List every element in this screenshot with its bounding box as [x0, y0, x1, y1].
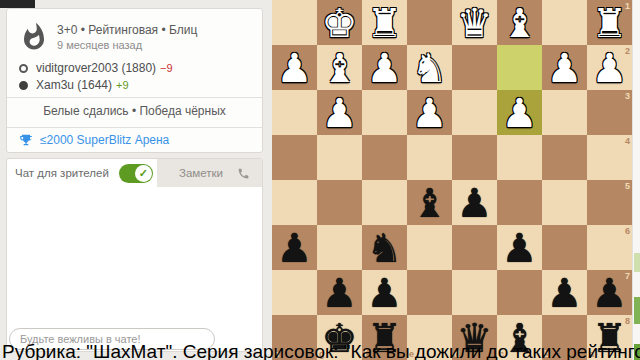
rank-label-3: 3: [625, 91, 630, 101]
white-bishop-piece[interactable]: ♝: [497, 0, 542, 45]
square-b7[interactable]: ♟: [542, 270, 587, 315]
black-bishop-piece[interactable]: ♝: [407, 180, 452, 225]
chess-board: ♚♜♛♝♜1♟♝♟♞♟♟2♟♟♟34♝♟5♟♞♟6♟♟♟♟7h♚g♜fe♛d♝c…: [272, 0, 632, 360]
white-pawn-piece[interactable]: ♟: [407, 90, 452, 135]
divider: [7, 127, 262, 128]
square-b2[interactable]: ♟: [542, 45, 587, 90]
white-pawn-piece[interactable]: ♟: [542, 45, 587, 90]
rank-label-2: 2: [625, 46, 630, 56]
tournament-name[interactable]: ≤2000 SuperBlitz Арена: [40, 133, 169, 147]
white-pawn-piece[interactable]: ♟: [362, 45, 407, 90]
square-d7[interactable]: [452, 270, 497, 315]
square-g3[interactable]: ♟: [317, 90, 362, 135]
strip-segment: [634, 253, 640, 272]
square-d3[interactable]: [452, 90, 497, 135]
game-date-label: 9 месяцев назад: [57, 39, 197, 51]
square-f3[interactable]: [362, 90, 407, 135]
black-pawn-piece[interactable]: ♟: [362, 270, 407, 315]
square-a4[interactable]: 4: [587, 135, 632, 180]
white-pawn-piece[interactable]: ♟: [272, 45, 317, 90]
square-c7[interactable]: [497, 270, 542, 315]
game-info-card: 3+0 • Рейтинговая • Блиц 9 месяцев назад…: [6, 8, 263, 153]
notes-label: Заметки: [179, 167, 223, 179]
rank-label-7: 7: [625, 271, 630, 281]
square-f5[interactable]: [362, 180, 407, 225]
square-f4[interactable]: [362, 135, 407, 180]
white-knight-piece[interactable]: ♞: [407, 45, 452, 90]
game-meta: 3+0 • Рейтинговая • Блиц 9 месяцев назад: [19, 17, 197, 57]
square-g5[interactable]: [317, 180, 362, 225]
square-b5[interactable]: [542, 180, 587, 225]
square-f7[interactable]: ♟: [362, 270, 407, 315]
square-d6[interactable]: [452, 225, 497, 270]
square-b1[interactable]: [542, 0, 587, 45]
square-e5[interactable]: ♝: [407, 180, 452, 225]
black-pawn-piece[interactable]: ♟: [497, 225, 542, 270]
chat-card: Чат для зрителей ✓ Заметки: [6, 158, 263, 352]
tournament-link[interactable]: ≤2000 SuperBlitz Арена: [19, 133, 169, 147]
square-a5[interactable]: 5: [587, 180, 632, 225]
white-player-row[interactable]: viditgrover2003 (1880) −9: [19, 61, 173, 75]
game-result: Белые сдались • Победа чёрных: [7, 104, 262, 118]
square-h1[interactable]: [272, 0, 317, 45]
square-a7[interactable]: ♟7: [587, 270, 632, 315]
white-color-icon: [19, 64, 28, 73]
tab-notes[interactable]: Заметки: [157, 159, 262, 187]
square-c2[interactable]: [497, 45, 542, 90]
square-e6[interactable]: [407, 225, 452, 270]
white-pawn-piece[interactable]: ♟: [497, 90, 542, 135]
square-c4[interactable]: [497, 135, 542, 180]
square-d5[interactable]: ♟: [452, 180, 497, 225]
square-e2[interactable]: ♞: [407, 45, 452, 90]
square-g7[interactable]: ♟: [317, 270, 362, 315]
square-c6[interactable]: ♟: [497, 225, 542, 270]
black-pawn-piece[interactable]: ♟: [542, 270, 587, 315]
trophy-icon: [19, 133, 33, 147]
right-edge-panel-strip: [632, 0, 640, 360]
square-f6[interactable]: ♞: [362, 225, 407, 270]
chat-toggle[interactable]: ✓: [119, 164, 153, 183]
white-pawn-piece[interactable]: ♟: [317, 90, 362, 135]
white-bishop-piece[interactable]: ♝: [317, 45, 362, 90]
square-e1[interactable]: [407, 0, 452, 45]
time-control-label: 3+0 • Рейтинговая • Блиц: [57, 23, 197, 37]
black-player-name[interactable]: Xam3u (1644): [36, 78, 112, 92]
black-pawn-piece[interactable]: ♟: [452, 180, 497, 225]
white-rook-piece[interactable]: ♜: [362, 0, 407, 45]
white-king-piece[interactable]: ♚: [317, 0, 362, 45]
square-d4[interactable]: [452, 135, 497, 180]
black-pawn-piece[interactable]: ♟: [317, 270, 362, 315]
square-e4[interactable]: [407, 135, 452, 180]
square-d2[interactable]: [452, 45, 497, 90]
black-pawn-piece[interactable]: ♟: [272, 225, 317, 270]
divider: [7, 97, 262, 98]
rank-label-5: 5: [625, 181, 630, 191]
square-g6[interactable]: [317, 225, 362, 270]
white-rating-change: −9: [160, 62, 173, 74]
black-rating-change: +9: [116, 79, 129, 91]
square-a3[interactable]: 3: [587, 90, 632, 135]
black-player-row[interactable]: Xam3u (1644) +9: [19, 78, 173, 92]
square-h6[interactable]: ♟: [272, 225, 317, 270]
square-h5[interactable]: [272, 180, 317, 225]
strip-segment: [634, 297, 640, 324]
square-a1[interactable]: ♜1: [587, 0, 632, 45]
square-h3[interactable]: [272, 90, 317, 135]
rank-label-1: 1: [625, 1, 630, 11]
check-icon: ✓: [135, 165, 152, 182]
square-g4[interactable]: [317, 135, 362, 180]
square-b6[interactable]: [542, 225, 587, 270]
black-knight-piece[interactable]: ♞: [362, 225, 407, 270]
blitz-fire-icon: [19, 22, 49, 52]
rank-label-6: 6: [625, 226, 630, 236]
white-player-name[interactable]: viditgrover2003 (1880): [36, 61, 156, 75]
square-e7[interactable]: [407, 270, 452, 315]
white-queen-piece[interactable]: ♛: [452, 0, 497, 45]
square-g1[interactable]: ♚: [317, 0, 362, 45]
spectator-chat-label: Чат для зрителей: [15, 167, 109, 179]
square-c3[interactable]: ♟: [497, 90, 542, 135]
black-color-icon: [19, 81, 28, 90]
players-list: viditgrover2003 (1880) −9 Xam3u (1644) +…: [19, 61, 173, 95]
chat-messages-area[interactable]: [7, 187, 262, 351]
square-h2[interactable]: ♟: [272, 45, 317, 90]
square-c5[interactable]: [497, 180, 542, 225]
video-artifact-bar: [0, 0, 35, 8]
square-f2[interactable]: ♟: [362, 45, 407, 90]
square-f1[interactable]: ♜: [362, 0, 407, 45]
tab-spectator-chat[interactable]: Чат для зрителей ✓: [7, 159, 157, 187]
square-h7[interactable]: [272, 270, 317, 315]
square-b3[interactable]: [542, 90, 587, 135]
rank-label-4: 4: [625, 136, 630, 146]
square-h4[interactable]: [272, 135, 317, 180]
phone-icon[interactable]: [237, 167, 250, 180]
square-d1[interactable]: ♛: [452, 0, 497, 45]
square-a2[interactable]: ♟2: [587, 45, 632, 90]
chat-tab-bar: Чат для зрителей ✓ Заметки: [7, 159, 262, 187]
square-c1[interactable]: ♝: [497, 0, 542, 45]
square-a6[interactable]: 6: [587, 225, 632, 270]
square-b4[interactable]: [542, 135, 587, 180]
square-e3[interactable]: ♟: [407, 90, 452, 135]
video-caption: Рубрика: "ШахМат". Серия зарисовок: "Как…: [2, 341, 640, 360]
rank-label-8: 8: [625, 316, 630, 326]
square-g2[interactable]: ♝: [317, 45, 362, 90]
